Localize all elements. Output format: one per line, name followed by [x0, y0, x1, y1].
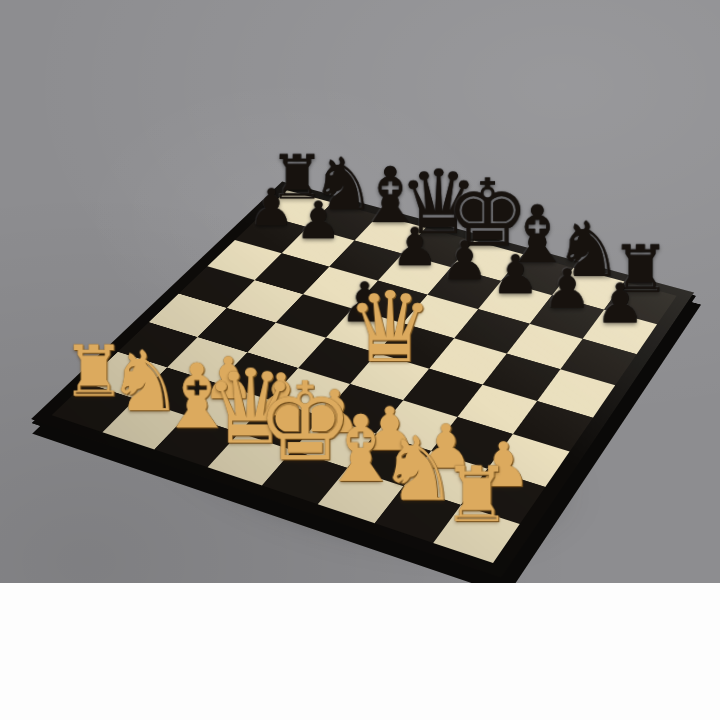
chess-set-photo: ♜♞♝♛♚♝♞♜♟♟♟♟♟♟♟♟♛♟♟♟♟♟♟♜♞♝♛♚♝♞♜ [0, 0, 720, 720]
bottom-white-band [0, 583, 720, 720]
square-h8: ♜ [604, 282, 677, 325]
square-b2 [136, 367, 218, 415]
